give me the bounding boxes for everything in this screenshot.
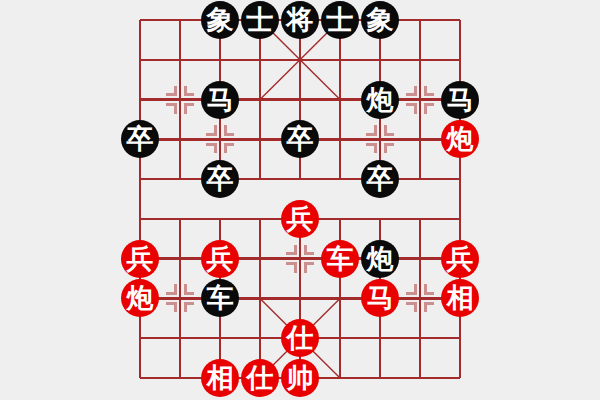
black-general[interactable]: 将 [281,1,319,39]
red-general[interactable]: 帅 [281,359,319,397]
black-soldier[interactable]: 卒 [201,160,239,198]
red-elephant[interactable]: 相 [201,359,239,397]
red-horse[interactable]: 马 [361,279,399,317]
red-chariot[interactable]: 车 [321,240,359,278]
black-chariot[interactable]: 车 [201,279,239,317]
red-elephant[interactable]: 相 [441,279,479,317]
black-soldier[interactable]: 卒 [361,160,399,198]
pieces-layer: 象士将士象马炮马卒卒炮卒卒兵兵兵车炮兵炮车马相仕相仕帅 [0,0,600,400]
black-horse[interactable]: 马 [201,81,239,119]
red-soldier[interactable]: 兵 [121,240,159,278]
black-cannon[interactable]: 炮 [361,81,399,119]
black-horse[interactable]: 马 [441,81,479,119]
black-elephant[interactable]: 象 [361,1,399,39]
black-advisor[interactable]: 士 [241,1,279,39]
black-soldier[interactable]: 卒 [281,120,319,158]
red-advisor[interactable]: 仕 [241,359,279,397]
black-advisor[interactable]: 士 [321,1,359,39]
black-cannon[interactable]: 炮 [361,240,399,278]
red-soldier[interactable]: 兵 [201,240,239,278]
red-cannon[interactable]: 炮 [121,279,159,317]
black-elephant[interactable]: 象 [201,1,239,39]
red-cannon[interactable]: 炮 [441,120,479,158]
black-soldier[interactable]: 卒 [121,120,159,158]
red-advisor[interactable]: 仕 [281,319,319,357]
red-soldier[interactable]: 兵 [441,240,479,278]
red-soldier[interactable]: 兵 [281,200,319,238]
xiangqi-app: 象士将士象马炮马卒卒炮卒卒兵兵兵车炮兵炮车马相仕相仕帅 [0,0,600,400]
